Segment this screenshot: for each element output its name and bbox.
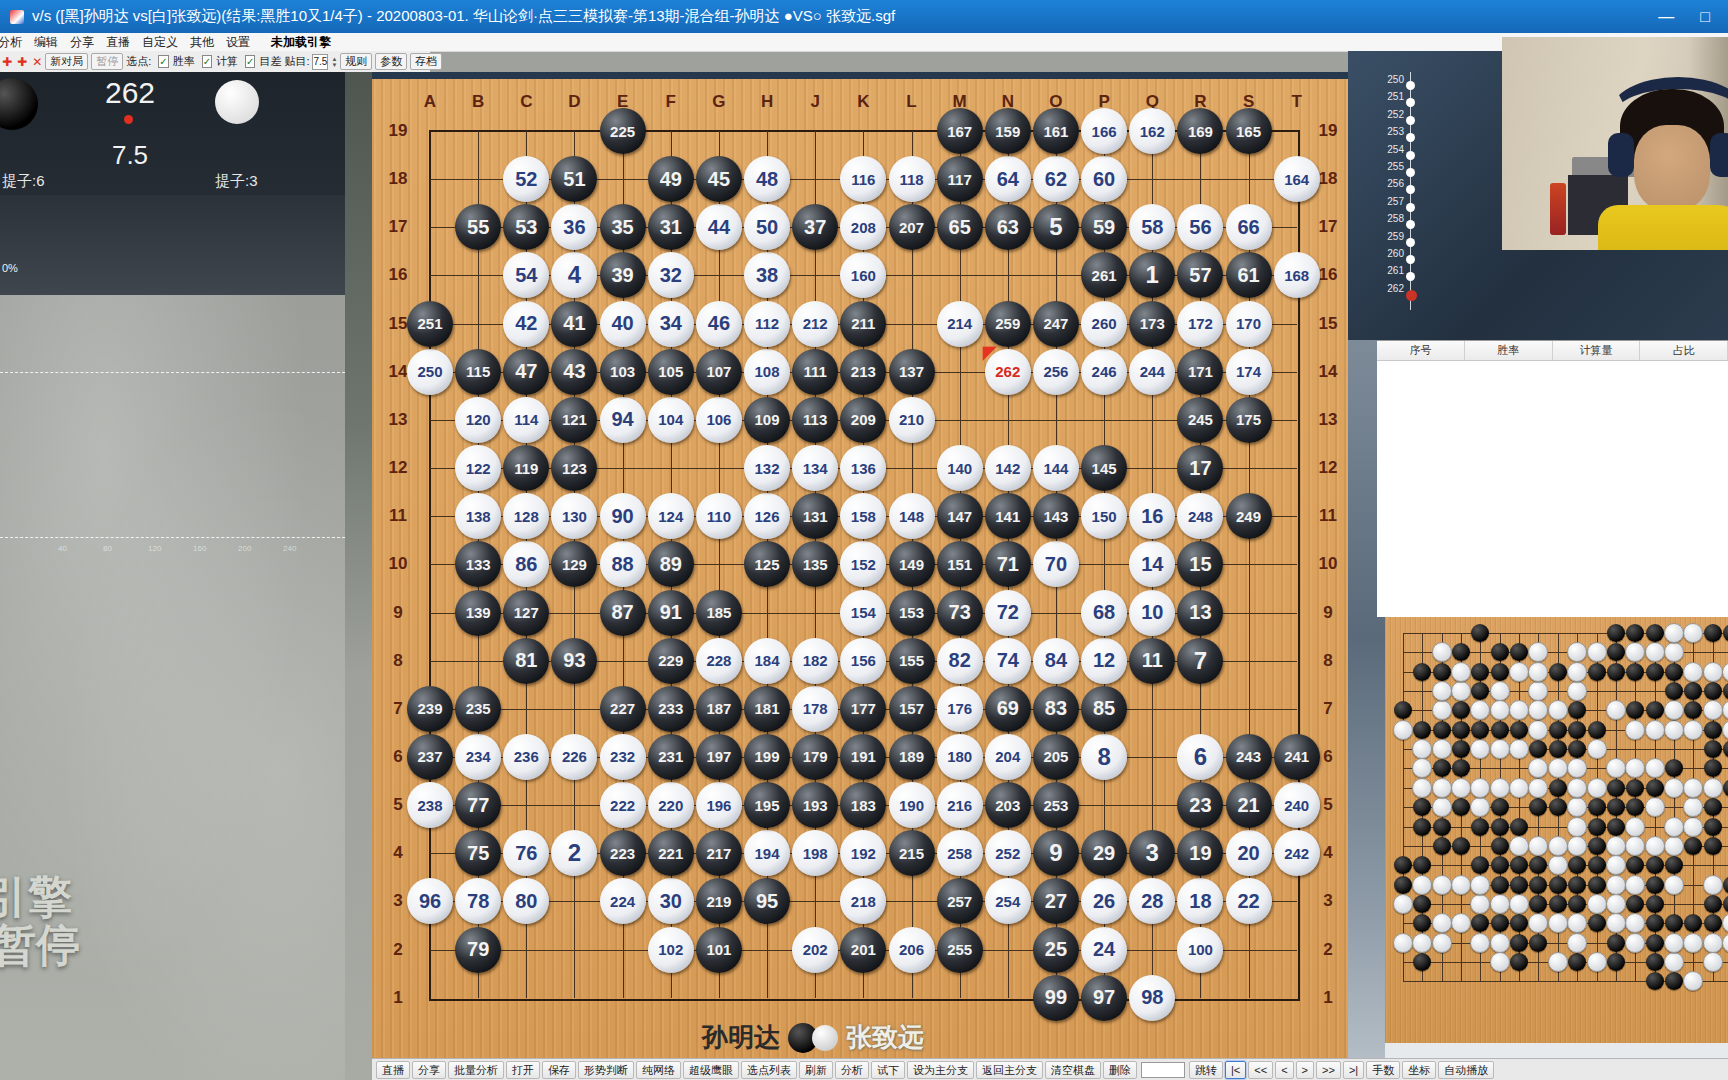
bottom-button-纯网络[interactable]: 纯网络 — [636, 1061, 681, 1079]
stone-E11: 90 — [600, 493, 646, 539]
mini-stone-O11 — [1646, 779, 1664, 797]
move-list-dot[interactable] — [1406, 272, 1415, 281]
stone-O2: 25 — [1033, 927, 1079, 973]
archive-button[interactable]: 存档 — [410, 53, 442, 70]
stone-P9: 68 — [1081, 590, 1127, 636]
mini-stone-S13 — [1723, 740, 1728, 758]
jump-button[interactable]: 跳转 — [1189, 1061, 1223, 1079]
stone-G2: 101 — [696, 927, 742, 973]
stone-C18: 52 — [503, 156, 549, 202]
move-list-dot[interactable] — [1406, 238, 1415, 247]
row-label-right-15: 15 — [1319, 314, 1338, 334]
menu-items: 分析编辑分享直播自定义其他设置 — [0, 34, 268, 51]
winrate-checkbox[interactable]: ✓ — [158, 55, 168, 68]
mini-stone-R10 — [1704, 798, 1722, 816]
mini-stone-M6 — [1606, 875, 1626, 895]
mini-stone-F18 — [1491, 643, 1509, 661]
mini-stone-R19 — [1704, 624, 1722, 642]
mini-stone-S5 — [1723, 895, 1728, 913]
stone-P12: 145 — [1081, 445, 1127, 491]
stone-N7: 69 — [985, 686, 1031, 732]
move-list-dot[interactable] — [1406, 203, 1415, 212]
move-list-item-254[interactable]: 254 — [1364, 144, 1404, 155]
stone-P6: 8 — [1081, 734, 1127, 780]
mini-stone-C14 — [1433, 721, 1451, 739]
move-list-item-257[interactable]: 257 — [1364, 196, 1404, 207]
minimize-button[interactable]: — — [1658, 8, 1674, 26]
stone-L10: 149 — [889, 541, 935, 587]
webcam-video — [1502, 37, 1728, 250]
stone-N17: 63 — [985, 204, 1031, 250]
stone-K15: 211 — [840, 301, 886, 347]
board-top-strip — [372, 72, 1348, 79]
params-button[interactable]: 参数 — [375, 53, 407, 70]
mark-cross-icon-2[interactable]: ✚ — [17, 55, 27, 69]
stone-M11: 147 — [937, 493, 983, 539]
mini-stone-K16 — [1567, 681, 1587, 701]
column-label-D: D — [568, 92, 580, 112]
stone-Q1: 98 — [1129, 975, 1175, 1021]
stone-Q4: 3 — [1129, 830, 1175, 876]
top-toolbar: ✚ ✚ ✕ 新对局 暂停 选点: ✓胜率 ✓计算 ✓目差 贴目: 7.5 ▲▼ … — [0, 51, 430, 72]
mini-stone-C13 — [1432, 739, 1452, 759]
stone-F18: 49 — [648, 156, 694, 202]
stone-B13: 120 — [455, 397, 501, 443]
move-list-item-250[interactable]: 250 — [1364, 74, 1404, 85]
bottom-button-分享[interactable]: 分享 — [412, 1061, 446, 1079]
stone-A3: 96 — [407, 878, 453, 924]
column-label-A: A — [424, 92, 436, 112]
mini-stone-P2 — [1664, 952, 1684, 972]
stone-R10: 15 — [1177, 541, 1223, 587]
mini-stone-K13 — [1568, 740, 1586, 758]
mini-stone-G14 — [1510, 721, 1528, 739]
move-list-dot[interactable] — [1406, 185, 1415, 194]
nav-button-|<[interactable]: |< — [1225, 1061, 1246, 1079]
jump-move-input[interactable] — [1141, 1062, 1185, 1078]
mini-stone-L11 — [1587, 778, 1607, 798]
stone-N12: 142 — [985, 445, 1031, 491]
mini-stone-C4 — [1432, 913, 1452, 933]
bottom-button-打开[interactable]: 打开 — [506, 1061, 540, 1079]
stone-F7: 233 — [648, 686, 694, 732]
stone-C12: 119 — [503, 445, 549, 491]
table-header-序号[interactable]: 序号 — [1377, 341, 1465, 360]
stone-O19: 161 — [1033, 108, 1079, 154]
stone-C3: 80 — [503, 878, 549, 924]
stone-O15: 247 — [1033, 301, 1079, 347]
bottom-button-试下[interactable]: 试下 — [871, 1061, 905, 1079]
stone-T4: 242 — [1274, 830, 1320, 876]
mini-stone-R9 — [1704, 818, 1722, 836]
mini-stone-G6 — [1510, 876, 1528, 894]
nav-button-<<[interactable]: << — [1248, 1061, 1273, 1079]
stone-S17: 66 — [1226, 204, 1272, 250]
scorediff-checkbox[interactable]: ✓ — [245, 55, 255, 68]
stone-F8: 229 — [648, 638, 694, 684]
mini-stone-K9 — [1567, 817, 1587, 837]
current-move-number: 262 — [60, 76, 200, 110]
stone-R11: 248 — [1177, 493, 1223, 539]
stone-S19: 165 — [1226, 108, 1272, 154]
analysis-table-header: 序号胜率计算量占比 — [1377, 340, 1728, 361]
stone-M7: 176 — [937, 686, 983, 732]
mini-stone-M10 — [1607, 798, 1625, 816]
nav-button->[interactable]: > — [1296, 1061, 1314, 1079]
title-bar[interactable]: v/s ([黑]孙明达 vs[白]张致远)(结果:黑胜10又1/4子) - 20… — [0, 0, 1728, 33]
nav-button->|[interactable]: >| — [1343, 1061, 1364, 1079]
stone-E5: 222 — [600, 782, 646, 828]
mini-stone-E6 — [1470, 875, 1490, 895]
table-header-计算量[interactable]: 计算量 — [1553, 341, 1641, 360]
mini-stone-B11 — [1412, 778, 1432, 798]
mini-stone-C12 — [1433, 759, 1451, 777]
stone-O14: 256 — [1033, 349, 1079, 395]
move-list-dot[interactable] — [1406, 151, 1415, 160]
mini-stone-R2 — [1703, 952, 1723, 972]
mini-stone-O3 — [1646, 934, 1664, 952]
mini-stone-Q1 — [1683, 971, 1703, 991]
stone-R8: 7 — [1177, 638, 1223, 684]
mini-stone-E3 — [1470, 933, 1490, 953]
mini-stone-L13 — [1587, 739, 1607, 759]
stone-S16: 61 — [1226, 252, 1272, 298]
bottom-button-刷新[interactable]: 刷新 — [799, 1061, 833, 1079]
mini-stone-P12 — [1665, 759, 1683, 777]
stone-K14: 213 — [840, 349, 886, 395]
move-list-dot[interactable] — [1406, 98, 1415, 107]
rules-button[interactable]: 规则 — [340, 53, 372, 70]
move-list-dot[interactable] — [1406, 255, 1415, 264]
mini-stone-A15 — [1394, 701, 1412, 719]
mini-stone-J12 — [1548, 758, 1568, 778]
row-label-right-8: 8 — [1323, 651, 1332, 671]
bottom-button-删除[interactable]: 删除 — [1103, 1061, 1137, 1079]
mini-stone-C18 — [1432, 642, 1452, 662]
mini-stone-F3 — [1490, 933, 1510, 953]
mini-stone-K18 — [1567, 642, 1587, 662]
stone-C13: 114 — [503, 397, 549, 443]
stone-K17: 208 — [840, 204, 886, 250]
mini-stone-C10 — [1432, 797, 1452, 817]
stone-F2: 102 — [648, 927, 694, 973]
mini-stone-S3 — [1722, 933, 1728, 953]
mini-stone-G5 — [1509, 894, 1529, 914]
mini-stone-B7 — [1413, 856, 1431, 874]
webcam-headphone-left — [1608, 133, 1634, 177]
menu-item[interactable]: 自定义 — [133, 35, 187, 49]
row-label-right-18: 18 — [1319, 169, 1338, 189]
mini-stone-M4 — [1606, 913, 1626, 933]
move-list[interactable]: 250251252253254255256257258259260261262 — [1348, 60, 1428, 320]
move-list-dot[interactable] — [1406, 81, 1415, 90]
stone-G8: 228 — [696, 638, 742, 684]
mark-cross-icon-1[interactable]: ✚ — [2, 55, 12, 69]
mini-stone-S14 — [1722, 720, 1728, 740]
mini-stone-D12 — [1452, 759, 1470, 777]
stone-P17: 59 — [1081, 204, 1127, 250]
stone-H5: 195 — [744, 782, 790, 828]
stone-P16: 261 — [1081, 252, 1127, 298]
winrate-label: 胜率 — [173, 54, 195, 69]
stone-K3: 218 — [840, 878, 886, 924]
stone-O18: 62 — [1033, 156, 1079, 202]
stone-F17: 31 — [648, 204, 694, 250]
mini-stone-O7 — [1646, 856, 1664, 874]
mini-stone-H15 — [1528, 700, 1548, 720]
stone-A7: 239 — [407, 686, 453, 732]
stone-N19: 159 — [985, 108, 1031, 154]
stone-K16: 160 — [840, 252, 886, 298]
mini-stone-F17 — [1491, 663, 1509, 681]
move-list-item-259[interactable]: 259 — [1364, 231, 1404, 242]
stone-R5: 23 — [1177, 782, 1223, 828]
mini-stone-A7 — [1394, 856, 1412, 874]
bottom-button-直播[interactable]: 直播 — [376, 1061, 410, 1079]
current-move-dot — [124, 115, 133, 124]
stone-J7: 178 — [792, 686, 838, 732]
mini-stone-E16 — [1471, 682, 1489, 700]
move-list-item-252[interactable]: 252 — [1364, 109, 1404, 120]
stone-F16: 32 — [648, 252, 694, 298]
maximize-button[interactable]: □ — [1700, 8, 1710, 26]
app-window: v/s ([黑]孙明达 vs[白]张致远)(结果:黑胜10又1/4子) - 20… — [0, 0, 1728, 1080]
stone-A15: 251 — [407, 301, 453, 347]
stone-B4: 75 — [455, 830, 501, 876]
stone-S6: 243 — [1226, 734, 1272, 780]
mini-stone-S19 — [1723, 624, 1728, 642]
stone-R9: 13 — [1177, 590, 1223, 636]
bottom-button-形势判断[interactable]: 形势判断 — [578, 1061, 634, 1079]
komi-input[interactable]: 7.5 — [312, 54, 328, 70]
bottom-button-设为主分支[interactable]: 设为主分支 — [907, 1061, 974, 1079]
calc-checkbox[interactable]: ✓ — [202, 55, 212, 68]
stone-H7: 181 — [744, 686, 790, 732]
bottom-button-坐标[interactable]: 坐标 — [1402, 1061, 1436, 1079]
nav-button-<[interactable]: < — [1275, 1061, 1293, 1079]
stone-C4: 76 — [503, 830, 549, 876]
bottom-button-保存[interactable]: 保存 — [542, 1061, 576, 1079]
stone-H15: 112 — [744, 301, 790, 347]
move-list-item-260[interactable]: 260 — [1364, 248, 1404, 259]
stone-E19: 225 — [600, 108, 646, 154]
pause-button[interactable]: 暂停 — [91, 53, 123, 70]
mini-stone-J8 — [1548, 836, 1568, 856]
mini-stone-B13 — [1412, 739, 1432, 759]
row-label-right-4: 4 — [1323, 843, 1332, 863]
move-list-item-253[interactable]: 253 — [1364, 126, 1404, 137]
mini-stone-J10 — [1549, 798, 1567, 816]
mini-stone-K12 — [1567, 758, 1587, 778]
go-board[interactable]: 孙明达 张致远 ABCDEFGHJKLMNOPQRST1919181817171… — [372, 72, 1348, 1058]
stone-B11: 138 — [455, 493, 501, 539]
mini-stone-S16 — [1723, 682, 1728, 700]
mini-stone-P14 — [1664, 720, 1684, 740]
table-header-占比[interactable]: 占比 — [1640, 341, 1728, 360]
stone-S11: 249 — [1226, 493, 1272, 539]
stone-Q19: 162 — [1129, 108, 1175, 154]
bottom-button-超级鹰眼[interactable]: 超级鹰眼 — [683, 1061, 739, 1079]
stone-C14: 47 — [503, 349, 549, 395]
mini-stone-N14 — [1625, 720, 1645, 740]
stone-L14: 137 — [889, 349, 935, 395]
mini-stone-B14 — [1413, 721, 1431, 739]
mini-stone-P6 — [1664, 875, 1684, 895]
move-list-item-261[interactable]: 261 — [1364, 265, 1404, 276]
stone-B12: 122 — [455, 445, 501, 491]
move-list-current-dot[interactable] — [1406, 290, 1417, 301]
stone-E3: 224 — [600, 878, 646, 924]
mini-stone-C11 — [1432, 778, 1452, 798]
stone-D16: 4 — [551, 252, 597, 298]
mini-stone-G13 — [1509, 739, 1529, 759]
stone-L9: 153 — [889, 590, 935, 636]
chart-tick-240: 240 — [283, 544, 296, 553]
stone-R4: 19 — [1177, 830, 1223, 876]
row-label-left-9: 9 — [393, 603, 402, 623]
white-captures-label: 提子:3 — [215, 172, 258, 191]
mini-stone-D11 — [1451, 778, 1471, 798]
mini-stone-S6 — [1723, 876, 1728, 894]
row-label-right-2: 2 — [1323, 940, 1332, 960]
bottom-button-清空棋盘[interactable]: 清空棋盘 — [1045, 1061, 1101, 1079]
stone-M6: 180 — [937, 734, 983, 780]
mini-stone-C16 — [1432, 681, 1452, 701]
new-game-button[interactable]: 新对局 — [45, 53, 88, 70]
move-list-dot[interactable] — [1406, 116, 1415, 125]
bottom-button-分析[interactable]: 分析 — [835, 1061, 869, 1079]
row-label-right-5: 5 — [1323, 795, 1332, 815]
mini-stone-K10 — [1567, 797, 1587, 817]
move-list-dot[interactable] — [1406, 133, 1415, 142]
row-label-right-11: 11 — [1319, 506, 1337, 526]
mini-stone-B6 — [1412, 875, 1432, 895]
mini-stone-J5 — [1549, 895, 1567, 913]
mini-stone-M9 — [1607, 818, 1625, 836]
mini-stone-E7 — [1471, 856, 1489, 874]
mini-stone-D15 — [1452, 701, 1470, 719]
mini-stone-F16 — [1490, 681, 1510, 701]
stone-K5: 183 — [840, 782, 886, 828]
bottom-button-返回主分支[interactable]: 返回主分支 — [976, 1061, 1043, 1079]
mini-stone-D13 — [1452, 740, 1470, 758]
stone-S14: 174 — [1226, 349, 1272, 395]
move-list-dot[interactable] — [1406, 168, 1415, 177]
mini-stone-R14 — [1704, 721, 1722, 739]
stone-K10: 152 — [840, 541, 886, 587]
stone-T6: 241 — [1274, 734, 1320, 780]
mini-stone-E15 — [1470, 700, 1490, 720]
table-header-胜率[interactable]: 胜率 — [1465, 341, 1553, 360]
webcam-face — [1634, 125, 1710, 211]
mini-stone-M3 — [1607, 934, 1625, 952]
mark-x-icon[interactable]: ✕ — [32, 55, 42, 69]
black-captures-label: 提子:6 — [2, 172, 45, 191]
row-label-left-6: 6 — [393, 747, 402, 767]
analysis-table[interactable]: 序号胜率计算量占比 — [1377, 340, 1728, 617]
mini-stone-N11 — [1626, 779, 1644, 797]
stone-M3: 257 — [937, 878, 983, 924]
move-list-item-262[interactable]: 262 — [1364, 283, 1404, 294]
stone-A6: 237 — [407, 734, 453, 780]
mini-stone-L14 — [1588, 721, 1606, 739]
mini-stone-K8 — [1567, 836, 1587, 856]
stone-L11: 148 — [889, 493, 935, 539]
mini-stone-J6 — [1549, 876, 1567, 894]
mini-stone-L10 — [1588, 798, 1606, 816]
mini-stone-P3 — [1664, 933, 1684, 953]
move-list-dot[interactable] — [1406, 220, 1415, 229]
stone-N5: 203 — [985, 782, 1031, 828]
mini-stone-M5 — [1606, 894, 1626, 914]
stone-O8: 84 — [1033, 638, 1079, 684]
mini-stone-R4 — [1704, 914, 1722, 932]
mini-stone-A14 — [1393, 720, 1413, 740]
stone-M2: 255 — [937, 927, 983, 973]
mini-stone-G3 — [1510, 934, 1528, 952]
stone-K12: 136 — [840, 445, 886, 491]
app-icon — [10, 10, 24, 24]
bottom-button-手数[interactable]: 手数 — [1366, 1061, 1400, 1079]
komi-spinner[interactable]: ▲▼ — [331, 56, 337, 68]
row-label-left-13: 13 — [389, 410, 408, 430]
webcam-headphone-right — [1710, 133, 1728, 177]
mini-stone-S11 — [1723, 779, 1728, 797]
mini-stone-H13 — [1529, 740, 1547, 758]
stone-L13: 210 — [889, 397, 935, 443]
stone-H12: 132 — [744, 445, 790, 491]
mini-stone-H12 — [1528, 758, 1548, 778]
webcam-extinguisher — [1550, 183, 1566, 235]
row-label-left-2: 2 — [393, 940, 402, 960]
stone-Q8: 11 — [1129, 638, 1175, 684]
mini-stone-B10 — [1413, 798, 1431, 816]
stone-R13: 245 — [1177, 397, 1223, 443]
bottom-button-自动播放[interactable]: 自动播放 — [1438, 1061, 1494, 1079]
move-list-item-255[interactable]: 255 — [1364, 161, 1404, 172]
mini-stone-H7 — [1529, 856, 1547, 874]
mini-stone-M17 — [1607, 663, 1625, 681]
mini-stone-D17 — [1451, 662, 1471, 682]
move-list-item-256[interactable]: 256 — [1364, 178, 1404, 189]
mini-stone-O1 — [1646, 972, 1664, 990]
stone-P7: 85 — [1081, 686, 1127, 732]
column-label-C: C — [520, 92, 532, 112]
bottom-button-批量分析[interactable]: 批量分析 — [448, 1061, 504, 1079]
bottom-button-选点列表[interactable]: 选点列表 — [741, 1061, 797, 1079]
mini-stone-K6 — [1568, 876, 1586, 894]
mini-stone-S17 — [1722, 662, 1728, 682]
mini-board[interactable] — [1385, 617, 1728, 1043]
move-list-item-251[interactable]: 251 — [1364, 91, 1404, 102]
mini-stone-K2 — [1568, 953, 1586, 971]
menu-item[interactable]: 设置 — [217, 35, 259, 49]
mini-stone-J11 — [1549, 779, 1567, 797]
komi-value-display: 7.5 — [60, 140, 200, 171]
mini-stone-F7 — [1491, 856, 1509, 874]
nav-button->>[interactable]: >> — [1316, 1061, 1341, 1079]
mini-stone-K5 — [1568, 895, 1586, 913]
players-caption: 孙明达 张致远 — [702, 1020, 924, 1055]
mini-stone-D14 — [1452, 721, 1470, 739]
row-label-left-3: 3 — [393, 891, 402, 911]
stone-N14: 262 — [985, 349, 1031, 395]
stone-G15: 46 — [696, 301, 742, 347]
stone-G6: 197 — [696, 734, 742, 780]
mini-stone-K14 — [1568, 721, 1586, 739]
move-list-item-258[interactable]: 258 — [1364, 213, 1404, 224]
row-label-left-8: 8 — [393, 651, 402, 671]
